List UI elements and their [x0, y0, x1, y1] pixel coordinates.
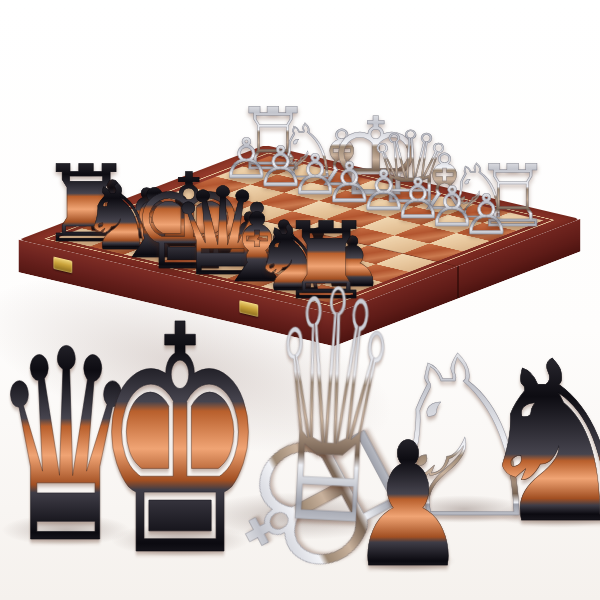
piece-white-h2: ♙: [461, 187, 511, 243]
product-photo-stage: ♜♞♝♚♛♝♞♜♟♟♟♟♟♟♟♟♙♙♙♙♙♙♙♙♖♘♗♔♕♗♘♖♛♚♕♔♟♘♞: [0, 0, 600, 600]
fg-black-king: ♚: [92, 285, 267, 600]
fg-black-pawn: ♟: [348, 420, 468, 592]
fg-black-knight: ♞: [470, 332, 600, 554]
fold-seam-edge: [457, 266, 459, 299]
